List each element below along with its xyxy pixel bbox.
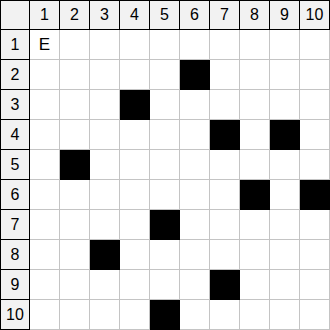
cell-9-9[interactable]	[270, 270, 300, 300]
cell-3-6[interactable]	[180, 90, 210, 120]
blocked-cell-4-7[interactable]	[210, 120, 240, 150]
cell-2-5[interactable]	[150, 60, 180, 90]
cell-7-1[interactable]	[30, 210, 60, 240]
cell-8-9[interactable]	[270, 240, 300, 270]
cell-1-3[interactable]	[90, 30, 120, 60]
cell-3-10[interactable]	[300, 90, 330, 120]
cell-6-9[interactable]	[270, 180, 300, 210]
cell-10-7[interactable]	[210, 300, 240, 330]
cell-10-6[interactable]	[180, 300, 210, 330]
blocked-cell-6-10[interactable]	[300, 180, 330, 210]
cell-3-1[interactable]	[30, 90, 60, 120]
col-header-8: 8	[240, 0, 270, 30]
blocked-cell-9-7[interactable]	[210, 270, 240, 300]
row-header-3: 3	[0, 90, 30, 120]
cell-5-7[interactable]	[210, 150, 240, 180]
row-header-7: 7	[0, 210, 30, 240]
cell-9-8[interactable]	[240, 270, 270, 300]
cell-3-9[interactable]	[270, 90, 300, 120]
cell-4-4[interactable]	[120, 120, 150, 150]
cell-4-6[interactable]	[180, 120, 210, 150]
cell-1-7[interactable]	[210, 30, 240, 60]
cell-6-5[interactable]	[150, 180, 180, 210]
cell-2-3[interactable]	[90, 60, 120, 90]
cell-5-5[interactable]	[150, 150, 180, 180]
cell-7-2[interactable]	[60, 210, 90, 240]
cell-3-7[interactable]	[210, 90, 240, 120]
cell-2-8[interactable]	[240, 60, 270, 90]
cell-5-4[interactable]	[120, 150, 150, 180]
cell-7-4[interactable]	[120, 210, 150, 240]
row-header-4: 4	[0, 120, 30, 150]
cell-5-6[interactable]	[180, 150, 210, 180]
col-header-1: 1	[30, 0, 60, 30]
cell-10-8[interactable]	[240, 300, 270, 330]
blocked-cell-8-3[interactable]	[90, 240, 120, 270]
cell-8-4[interactable]	[120, 240, 150, 270]
cell-6-3[interactable]	[90, 180, 120, 210]
row-header-9: 9	[0, 270, 30, 300]
col-header-9: 9	[270, 0, 300, 30]
cell-9-10[interactable]	[300, 270, 330, 300]
start-marker: E	[39, 36, 50, 53]
cell-1-6[interactable]	[180, 30, 210, 60]
cell-6-1[interactable]	[30, 180, 60, 210]
cell-1-2[interactable]	[60, 30, 90, 60]
cell-8-10[interactable]	[300, 240, 330, 270]
cell-3-5[interactable]	[150, 90, 180, 120]
cell-5-1[interactable]	[30, 150, 60, 180]
cell-2-1[interactable]	[30, 60, 60, 90]
blocked-cell-2-6[interactable]	[180, 60, 210, 90]
cell-10-4[interactable]	[120, 300, 150, 330]
cell-4-1[interactable]	[30, 120, 60, 150]
cell-6-4[interactable]	[120, 180, 150, 210]
blocked-cell-5-2[interactable]	[60, 150, 90, 180]
cell-9-2[interactable]	[60, 270, 90, 300]
blocked-cell-3-4[interactable]	[120, 90, 150, 120]
cell-2-2[interactable]	[60, 60, 90, 90]
cell-7-3[interactable]	[90, 210, 120, 240]
col-header-2: 2	[60, 0, 90, 30]
cell-7-7[interactable]	[210, 210, 240, 240]
cell-4-5[interactable]	[150, 120, 180, 150]
cell-1-8[interactable]	[240, 30, 270, 60]
col-header-6: 6	[180, 0, 210, 30]
cell-3-3[interactable]	[90, 90, 120, 120]
cell-8-2[interactable]	[60, 240, 90, 270]
col-header-4: 4	[120, 0, 150, 30]
row-header-5: 5	[0, 150, 30, 180]
cell-9-5[interactable]	[150, 270, 180, 300]
cell-8-7[interactable]	[210, 240, 240, 270]
cell-10-10[interactable]	[300, 300, 330, 330]
row-header-1: 1	[0, 30, 30, 60]
col-header-5: 5	[150, 0, 180, 30]
cell-1-4[interactable]	[120, 30, 150, 60]
cell-4-10[interactable]	[300, 120, 330, 150]
cell-8-1[interactable]	[30, 240, 60, 270]
cell-6-7[interactable]	[210, 180, 240, 210]
cell-3-8[interactable]	[240, 90, 270, 120]
cell-9-4[interactable]	[120, 270, 150, 300]
cell-7-10[interactable]	[300, 210, 330, 240]
cell-1-9[interactable]	[270, 30, 300, 60]
puzzle-board: 123456789101E2345678910	[0, 0, 330, 330]
cell-8-6[interactable]	[180, 240, 210, 270]
blocked-cell-6-8[interactable]	[240, 180, 270, 210]
cell-7-8[interactable]	[240, 210, 270, 240]
cell-6-2[interactable]	[60, 180, 90, 210]
cell-8-5[interactable]	[150, 240, 180, 270]
cell-8-8[interactable]	[240, 240, 270, 270]
cell-10-2[interactable]	[60, 300, 90, 330]
cell-3-2[interactable]	[60, 90, 90, 120]
cell-10-3[interactable]	[90, 300, 120, 330]
col-header-10: 10	[300, 0, 330, 30]
cell-4-8[interactable]	[240, 120, 270, 150]
corner-cell	[0, 0, 30, 30]
row-header-8: 8	[0, 240, 30, 270]
cell-1-10[interactable]	[300, 30, 330, 60]
cell-10-1[interactable]	[30, 300, 60, 330]
cell-4-3[interactable]	[90, 120, 120, 150]
col-header-3: 3	[90, 0, 120, 30]
cell-1-1-start[interactable]: E	[30, 30, 60, 60]
cell-5-8[interactable]	[240, 150, 270, 180]
cell-1-5[interactable]	[150, 30, 180, 60]
cell-6-6[interactable]	[180, 180, 210, 210]
cell-7-9[interactable]	[270, 210, 300, 240]
cell-2-4[interactable]	[120, 60, 150, 90]
cell-5-10[interactable]	[300, 150, 330, 180]
row-header-10: 10	[0, 300, 30, 330]
cell-2-10[interactable]	[300, 60, 330, 90]
cell-9-1[interactable]	[30, 270, 60, 300]
cell-9-3[interactable]	[90, 270, 120, 300]
cell-4-2[interactable]	[60, 120, 90, 150]
cell-2-9[interactable]	[270, 60, 300, 90]
cell-2-7[interactable]	[210, 60, 240, 90]
blocked-cell-4-9[interactable]	[270, 120, 300, 150]
cell-5-3[interactable]	[90, 150, 120, 180]
row-header-6: 6	[0, 180, 30, 210]
cell-9-6[interactable]	[180, 270, 210, 300]
blocked-cell-10-5[interactable]	[150, 300, 180, 330]
blocked-cell-7-5[interactable]	[150, 210, 180, 240]
cell-5-9[interactable]	[270, 150, 300, 180]
cell-10-9[interactable]	[270, 300, 300, 330]
row-header-2: 2	[0, 60, 30, 90]
cell-7-6[interactable]	[180, 210, 210, 240]
col-header-7: 7	[210, 0, 240, 30]
